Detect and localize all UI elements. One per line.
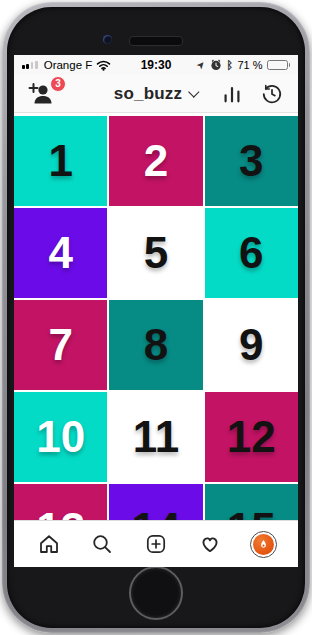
grid-tile-2[interactable]: 2 (109, 116, 202, 206)
tile-number: 13 (36, 507, 85, 520)
carrier-label: Orange F (44, 59, 93, 71)
grid-tile-11[interactable]: 11 (109, 392, 202, 482)
flame-logo-icon (257, 538, 270, 551)
alarm-clock-icon (210, 59, 222, 71)
tab-bar (14, 520, 298, 567)
grid-tile-15[interactable]: 15 (205, 484, 298, 520)
tile-number: 12 (227, 415, 276, 459)
notification-badge: 3 (50, 76, 66, 92)
chevron-down-icon (189, 86, 200, 97)
grid-tile-6[interactable]: 6 (205, 208, 298, 298)
tile-number: 6 (239, 231, 263, 275)
cellular-signal-icon (22, 61, 38, 70)
iphone-mockup: Orange F 19:30 ➤ (0, 0, 312, 635)
battery-percent-label: 71 % (237, 59, 262, 71)
new-post-tab[interactable] (139, 527, 173, 561)
app-header: 3 so_buzz (14, 75, 298, 113)
home-icon (37, 532, 61, 556)
location-arrow-icon: ➤ (195, 59, 208, 72)
battery-icon (267, 60, 290, 70)
activity-tab[interactable] (193, 527, 227, 561)
tile-number: 9 (239, 323, 263, 367)
insights-button[interactable] (220, 82, 244, 106)
tile-number: 15 (227, 507, 276, 520)
profile-avatar (250, 531, 277, 558)
tile-number: 1 (48, 139, 72, 183)
front-camera-icon (103, 35, 112, 44)
tile-number: 7 (48, 323, 72, 367)
profile-tab[interactable] (246, 527, 280, 561)
phone-frame: Orange F 19:30 ➤ (2, 2, 310, 633)
tile-number: 2 (144, 139, 168, 183)
earpiece-speaker (129, 36, 183, 46)
grid-tile-7[interactable]: 7 (14, 300, 107, 390)
tile-number: 3 (239, 139, 263, 183)
username-label: so_buzz (114, 84, 182, 104)
tile-number: 10 (36, 415, 85, 459)
tile-number: 5 (144, 231, 168, 275)
home-tab[interactable] (32, 527, 66, 561)
grid-tile-1[interactable]: 1 (14, 116, 107, 206)
grid-tile-8[interactable]: 8 (109, 300, 202, 390)
profile-title-dropdown[interactable]: so_buzz (114, 84, 198, 104)
plus-square-icon (144, 532, 168, 556)
post-grid: 1 2 3 4 5 6 7 8 9 10 11 12 13 14 15 (14, 113, 298, 520)
search-tab[interactable] (85, 527, 119, 561)
grid-tile-13[interactable]: 13 (14, 484, 107, 520)
history-button[interactable] (260, 82, 284, 106)
wifi-icon (96, 60, 111, 71)
tile-number: 8 (144, 323, 168, 367)
screen: Orange F 19:30 ➤ (14, 55, 298, 567)
tile-number: 14 (132, 507, 181, 520)
tile-number: 4 (48, 231, 72, 275)
grid-tile-14[interactable]: 14 (109, 484, 202, 520)
grid-tile-9[interactable]: 9 (205, 300, 298, 390)
bluetooth-icon: ᛒ (226, 60, 233, 71)
grid-tile-3[interactable]: 3 (205, 116, 298, 206)
status-bar: Orange F 19:30 ➤ (14, 55, 298, 75)
home-button[interactable] (129, 566, 183, 620)
search-icon (90, 532, 114, 556)
tile-number: 11 (133, 415, 180, 459)
heart-icon (198, 532, 222, 556)
grid-tile-5[interactable]: 5 (109, 208, 202, 298)
add-person-button[interactable]: 3 (28, 82, 58, 106)
grid-tile-12[interactable]: 12 (205, 392, 298, 482)
clock-label: 19:30 (141, 58, 172, 72)
grid-tile-4[interactable]: 4 (14, 208, 107, 298)
grid-tile-10[interactable]: 10 (14, 392, 107, 482)
